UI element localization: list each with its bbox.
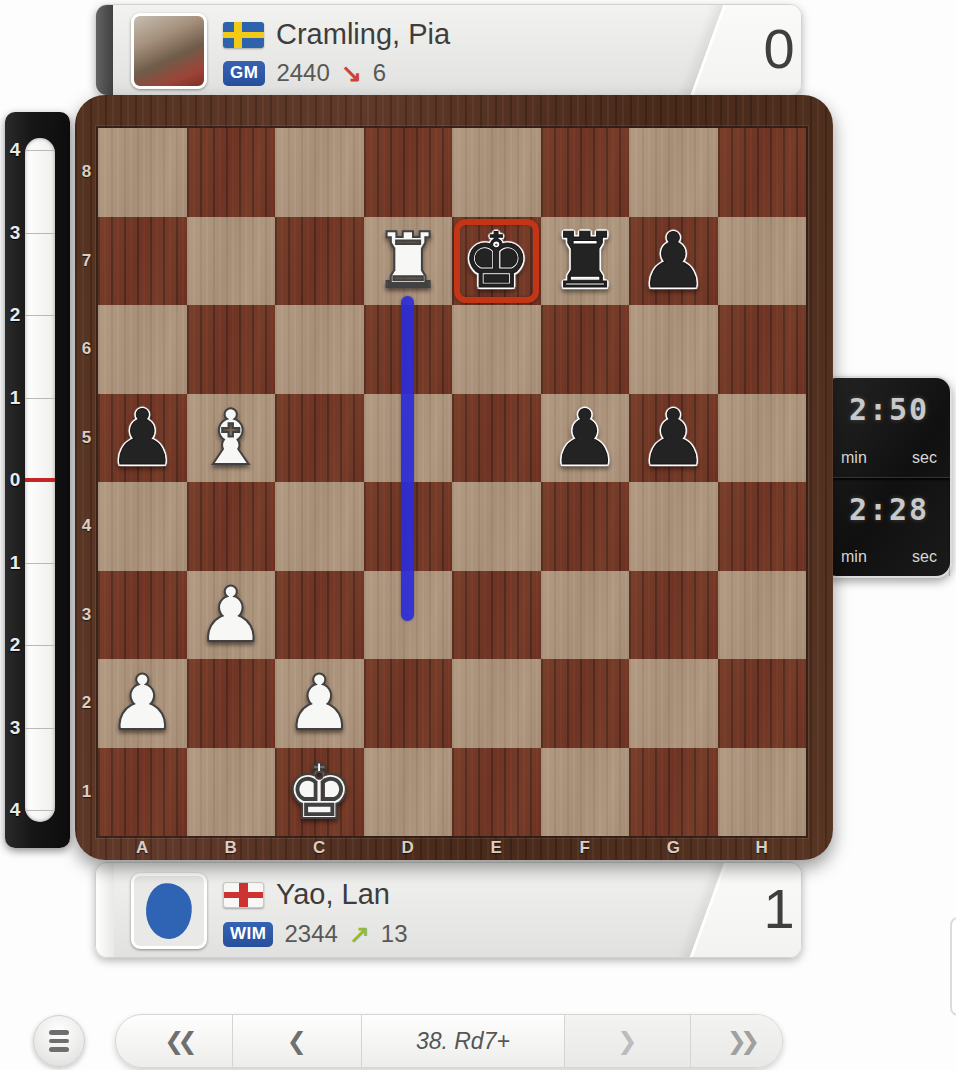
rating-bottom: 2344 bbox=[284, 920, 337, 948]
square-g4[interactable] bbox=[629, 482, 718, 571]
square-g3[interactable] bbox=[629, 571, 718, 660]
square-b8[interactable] bbox=[187, 128, 276, 217]
eval-gridline bbox=[25, 398, 55, 399]
square-h2[interactable] bbox=[718, 659, 807, 748]
square-b4[interactable] bbox=[187, 482, 276, 571]
file-label-e: E bbox=[491, 838, 502, 858]
file-label-g: G bbox=[667, 838, 680, 858]
file-label-c: C bbox=[313, 838, 325, 858]
move-arrow-d3-d7 bbox=[401, 296, 414, 621]
title-badge-top: GM bbox=[223, 61, 265, 86]
piece-white-rook-d7[interactable]: ♜ bbox=[374, 223, 442, 299]
square-e2[interactable] bbox=[452, 659, 541, 748]
player-card-bottom: Yao, Lan WIM 2344 ↗ 13 1 bbox=[95, 862, 802, 958]
avatar-top bbox=[131, 13, 207, 89]
piece-white-pawn-b3[interactable]: ♟ bbox=[197, 577, 265, 653]
eval-label-5: 1 bbox=[5, 552, 25, 574]
square-a6[interactable] bbox=[98, 305, 187, 394]
eval-gridline bbox=[25, 315, 55, 316]
file-label-b: B bbox=[225, 838, 237, 858]
piece-white-king-c1[interactable]: ♚ bbox=[285, 754, 353, 830]
square-c1[interactable]: ♚ bbox=[275, 748, 364, 837]
square-d2[interactable] bbox=[364, 659, 453, 748]
piece-black-king-e7[interactable]: ♚ bbox=[462, 223, 530, 299]
rank-label-8: 8 bbox=[75, 162, 98, 182]
piece-black-pawn-a5[interactable]: ♟ bbox=[108, 400, 176, 476]
move-navigation-bar: ❮❮ ❮ 38. Rd7+ ❯ ❯❯ bbox=[115, 1014, 783, 1068]
player-name-top: Cramling, Pia bbox=[276, 18, 450, 51]
square-e4[interactable] bbox=[452, 482, 541, 571]
eval-label-1: 3 bbox=[5, 222, 25, 244]
square-e1[interactable] bbox=[452, 748, 541, 837]
square-f7[interactable]: ♜ bbox=[541, 217, 630, 306]
person-silhouette-icon bbox=[144, 881, 194, 940]
square-c5[interactable] bbox=[275, 394, 364, 483]
file-label-d: D bbox=[402, 838, 414, 858]
square-c8[interactable] bbox=[275, 128, 364, 217]
rewind-icon: ❮❮ bbox=[157, 1027, 190, 1055]
rank-label-3: 3 bbox=[75, 605, 98, 625]
sweden-flag-icon bbox=[223, 22, 264, 48]
square-e6[interactable] bbox=[452, 305, 541, 394]
square-h4[interactable] bbox=[718, 482, 807, 571]
square-g7[interactable]: ♟ bbox=[629, 217, 718, 306]
square-h8[interactable] bbox=[718, 128, 807, 217]
title-badge-bottom: WIM bbox=[223, 922, 273, 947]
square-c2[interactable]: ♟ bbox=[275, 659, 364, 748]
square-f4[interactable] bbox=[541, 482, 630, 571]
eval-gridline bbox=[25, 810, 55, 811]
square-b7[interactable] bbox=[187, 217, 276, 306]
clock-bottom-min-label: min bbox=[841, 548, 867, 566]
eval-gridline bbox=[25, 150, 55, 151]
square-a3[interactable] bbox=[98, 571, 187, 660]
rank-label-2: 2 bbox=[75, 693, 98, 713]
piece-black-pawn-g5[interactable]: ♟ bbox=[639, 400, 707, 476]
square-e3[interactable] bbox=[452, 571, 541, 660]
clock-bottom-time: 2:28 bbox=[828, 492, 950, 527]
eval-gridline bbox=[25, 645, 55, 646]
back-icon: ❮ bbox=[287, 1027, 307, 1055]
square-g6[interactable] bbox=[629, 305, 718, 394]
square-h7[interactable] bbox=[718, 217, 807, 306]
eval-gridline bbox=[25, 233, 55, 234]
avatar-bottom bbox=[131, 873, 207, 949]
eval-label-4: 0 bbox=[5, 469, 25, 491]
rating-change-bottom: 13 bbox=[381, 920, 408, 948]
piece-black-rook-f7[interactable]: ♜ bbox=[551, 223, 619, 299]
square-b3[interactable]: ♟ bbox=[187, 571, 276, 660]
file-label-a: A bbox=[136, 838, 148, 858]
player-card-top: Cramling, Pia GM 2440 ↘ 6 0 bbox=[95, 4, 802, 96]
square-b6[interactable] bbox=[187, 305, 276, 394]
evaluation-bar: 432101234 bbox=[5, 112, 70, 848]
clock-top-time: 2:50 bbox=[828, 392, 950, 427]
current-move-display: 38. Rd7+ bbox=[362, 1015, 565, 1067]
move-label: 38. Rd7+ bbox=[416, 1028, 510, 1055]
square-d1[interactable] bbox=[364, 748, 453, 837]
rewind-to-start-button[interactable]: ❮❮ bbox=[116, 1015, 233, 1067]
eval-label-8: 4 bbox=[5, 799, 25, 821]
square-c6[interactable] bbox=[275, 305, 364, 394]
square-a5[interactable]: ♟ bbox=[98, 394, 187, 483]
square-b1[interactable] bbox=[187, 748, 276, 837]
rating-trend-up-icon: ↗ bbox=[349, 922, 370, 947]
clock-top-min-label: min bbox=[841, 449, 867, 467]
piece-black-pawn-f5[interactable]: ♟ bbox=[551, 400, 619, 476]
square-e5[interactable] bbox=[452, 394, 541, 483]
square-d8[interactable] bbox=[364, 128, 453, 217]
fast-forward-icon: ❯❯ bbox=[720, 1027, 753, 1055]
evaluation-track bbox=[25, 138, 55, 822]
square-f5[interactable]: ♟ bbox=[541, 394, 630, 483]
file-label-f: F bbox=[580, 838, 590, 858]
piece-black-pawn-g7[interactable]: ♟ bbox=[639, 223, 707, 299]
square-c4[interactable] bbox=[275, 482, 364, 571]
square-h5[interactable] bbox=[718, 394, 807, 483]
next-move-button[interactable]: ❯ bbox=[565, 1015, 691, 1067]
eval-gridline bbox=[25, 728, 55, 729]
square-a2[interactable]: ♟ bbox=[98, 659, 187, 748]
clock-bottom-sec-label: sec bbox=[912, 548, 937, 566]
england-flag-icon bbox=[223, 882, 264, 908]
score-top: 0 bbox=[714, 16, 802, 81]
eval-label-6: 2 bbox=[5, 634, 25, 656]
square-h6[interactable] bbox=[718, 305, 807, 394]
piece-white-pawn-c2[interactable]: ♟ bbox=[285, 665, 353, 741]
clock-bottom: 2:28 min sec bbox=[828, 477, 950, 577]
rating-top: 2440 bbox=[276, 59, 329, 87]
square-g2[interactable] bbox=[629, 659, 718, 748]
piece-white-pawn-a2[interactable]: ♟ bbox=[108, 665, 176, 741]
square-g8[interactable] bbox=[629, 128, 718, 217]
clock-top: 2:50 min sec bbox=[828, 378, 950, 477]
rank-label-6: 6 bbox=[75, 339, 98, 359]
eval-zero-marker bbox=[25, 478, 55, 482]
black-side-strip bbox=[96, 5, 113, 95]
rank-label-5: 5 bbox=[75, 428, 98, 448]
board-squares: ♜♚♜♟♟♝♟♟♟♟♟♚ bbox=[98, 128, 806, 836]
eval-label-0: 4 bbox=[5, 139, 25, 161]
hamburger-icon bbox=[49, 1030, 69, 1035]
square-b2[interactable] bbox=[187, 659, 276, 748]
score-bottom: 1 bbox=[714, 876, 802, 941]
square-h3[interactable] bbox=[718, 571, 807, 660]
chess-board: ♜♚♜♟♟♝♟♟♟♟♟♚ 87654321ABCDEFGH bbox=[75, 95, 833, 860]
square-c7[interactable] bbox=[275, 217, 364, 306]
rank-label-4: 4 bbox=[75, 516, 98, 536]
eval-label-2: 2 bbox=[5, 304, 25, 326]
fast-forward-button[interactable]: ❯❯ bbox=[691, 1015, 782, 1067]
square-e7[interactable]: ♚ bbox=[452, 217, 541, 306]
menu-button[interactable] bbox=[33, 1015, 85, 1067]
square-a7[interactable] bbox=[98, 217, 187, 306]
square-f8[interactable] bbox=[541, 128, 630, 217]
forward-icon: ❯ bbox=[617, 1027, 637, 1055]
square-c3[interactable] bbox=[275, 571, 364, 660]
rank-label-1: 1 bbox=[75, 782, 98, 802]
rank-label-7: 7 bbox=[75, 251, 98, 271]
square-f3[interactable] bbox=[541, 571, 630, 660]
piece-white-bishop-b5[interactable]: ♝ bbox=[197, 400, 265, 476]
square-f1[interactable] bbox=[541, 748, 630, 837]
rating-change-top: 6 bbox=[373, 59, 386, 87]
square-a4[interactable] bbox=[98, 482, 187, 571]
square-h1[interactable] bbox=[718, 748, 807, 837]
square-e8[interactable] bbox=[452, 128, 541, 217]
player-name-bottom: Yao, Lan bbox=[276, 878, 390, 911]
eval-label-7: 3 bbox=[5, 717, 25, 739]
clock-panel: 2:50 min sec 2:28 min sec bbox=[826, 376, 952, 578]
white-side-strip bbox=[96, 863, 114, 957]
square-a8[interactable] bbox=[98, 128, 187, 217]
rating-trend-down-icon: ↘ bbox=[341, 61, 362, 86]
eval-label-3: 1 bbox=[5, 387, 25, 409]
file-label-h: H bbox=[756, 838, 768, 858]
square-b5[interactable]: ♝ bbox=[187, 394, 276, 483]
square-f2[interactable] bbox=[541, 659, 630, 748]
square-a1[interactable] bbox=[98, 748, 187, 837]
square-g5[interactable]: ♟ bbox=[629, 394, 718, 483]
offscreen-panel-edge bbox=[950, 917, 956, 1016]
clock-top-sec-label: sec bbox=[912, 449, 937, 467]
eval-gridline bbox=[25, 563, 55, 564]
square-g1[interactable] bbox=[629, 748, 718, 837]
square-d7[interactable]: ♜ bbox=[364, 217, 453, 306]
square-f6[interactable] bbox=[541, 305, 630, 394]
previous-move-button[interactable]: ❮ bbox=[233, 1015, 362, 1067]
